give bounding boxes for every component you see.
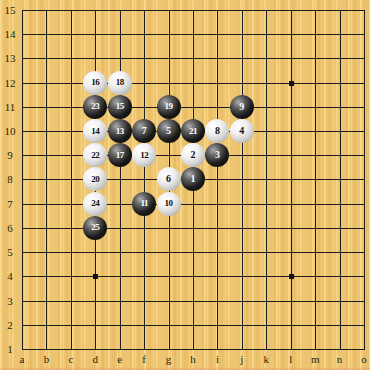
stone-white-18: 18 [108, 71, 132, 95]
stone-number: 13 [116, 127, 124, 136]
row-label-8: 8 [0, 174, 20, 185]
col-label-l: l [289, 354, 292, 365]
star-point-l4 [289, 274, 294, 279]
stone-white-20: 20 [83, 167, 107, 191]
stone-number: 6 [166, 174, 171, 184]
stone-white-24: 24 [83, 192, 107, 216]
col-label-n: n [337, 354, 343, 365]
stone-black-19: 19 [157, 95, 181, 119]
col-label-m: m [311, 354, 320, 365]
stone-number: 12 [140, 151, 148, 160]
stone-black-7: 7 [132, 119, 156, 143]
stone-number: 15 [116, 102, 124, 111]
stone-number: 25 [91, 223, 99, 232]
stone-black-1: 1 [181, 167, 205, 191]
col-label-c: c [68, 354, 73, 365]
grid-line-horizontal [22, 276, 365, 277]
stone-number: 24 [91, 199, 99, 208]
stone-number: 17 [116, 151, 124, 160]
stone-black-9: 9 [230, 95, 254, 119]
stone-white-4: 4 [230, 119, 254, 143]
stone-black-13: 13 [108, 119, 132, 143]
col-label-d: d [93, 354, 99, 365]
stone-number: 2 [191, 150, 196, 160]
stone-black-21: 21 [181, 119, 205, 143]
grid-line-vertical [266, 10, 267, 350]
stone-number: 8 [215, 126, 220, 136]
stone-white-22: 22 [83, 143, 107, 167]
stone-black-3: 3 [205, 143, 229, 167]
col-label-k: k [264, 354, 270, 365]
row-label-1: 1 [0, 343, 20, 354]
row-label-11: 11 [0, 101, 20, 112]
stone-number: 3 [215, 150, 220, 160]
stone-white-2: 2 [181, 143, 205, 167]
row-label-12: 12 [0, 77, 20, 88]
stone-white-8: 8 [205, 119, 229, 143]
grid-line-vertical [364, 10, 365, 350]
stone-number: 16 [91, 78, 99, 87]
grid-line-vertical [242, 10, 243, 350]
grid-line-vertical [291, 10, 292, 350]
col-label-g: g [166, 354, 172, 365]
row-label-9: 9 [0, 150, 20, 161]
row-label-5: 5 [0, 247, 20, 258]
go-board[interactable]: 1234567891011121314151617181920212223242… [0, 0, 370, 370]
col-label-o: o [361, 354, 367, 365]
grid-line-horizontal [22, 349, 365, 350]
grid-line-horizontal [22, 228, 365, 229]
grid-line-vertical [340, 10, 341, 350]
stone-number: 4 [239, 126, 244, 136]
stone-number: 23 [91, 102, 99, 111]
stone-number: 10 [165, 199, 173, 208]
grid-line-horizontal [22, 204, 365, 205]
stone-black-15: 15 [108, 95, 132, 119]
row-label-7: 7 [0, 198, 20, 209]
grid-line-vertical [217, 10, 218, 350]
stone-number: 21 [189, 127, 197, 136]
stone-white-10: 10 [157, 192, 181, 216]
stone-number: 22 [91, 151, 99, 160]
col-label-f: f [142, 354, 146, 365]
row-label-3: 3 [0, 295, 20, 306]
col-label-b: b [44, 354, 50, 365]
stone-black-5: 5 [157, 119, 181, 143]
row-label-13: 13 [0, 53, 20, 64]
stone-white-14: 14 [83, 119, 107, 143]
stone-number: 7 [142, 126, 147, 136]
col-label-i: i [216, 354, 219, 365]
stone-number: 14 [91, 127, 99, 136]
stone-number: 19 [165, 102, 173, 111]
grid-line-horizontal [22, 301, 365, 302]
col-label-a: a [20, 354, 25, 365]
row-label-2: 2 [0, 319, 20, 330]
col-label-j: j [240, 354, 243, 365]
stone-white-12: 12 [132, 143, 156, 167]
grid-line-horizontal [22, 325, 365, 326]
stone-white-6: 6 [157, 167, 181, 191]
star-point-d4 [93, 274, 98, 279]
stone-black-23: 23 [83, 95, 107, 119]
stone-black-11: 11 [132, 192, 156, 216]
grid-line-horizontal [22, 252, 365, 253]
stone-black-25: 25 [83, 216, 107, 240]
row-label-15: 15 [0, 5, 20, 16]
stone-number: 20 [91, 175, 99, 184]
stone-number: 9 [239, 102, 244, 112]
row-label-10: 10 [0, 126, 20, 137]
stone-number: 5 [166, 126, 171, 136]
star-point-l12 [289, 81, 294, 86]
col-label-e: e [117, 354, 122, 365]
row-label-14: 14 [0, 29, 20, 40]
grid-line-vertical [315, 10, 316, 350]
row-label-6: 6 [0, 222, 20, 233]
stone-white-16: 16 [83, 71, 107, 95]
stone-number: 18 [116, 78, 124, 87]
stone-number: 1 [191, 174, 196, 184]
stone-black-17: 17 [108, 143, 132, 167]
row-label-4: 4 [0, 271, 20, 282]
col-label-h: h [190, 354, 196, 365]
stone-number: 11 [140, 199, 148, 208]
